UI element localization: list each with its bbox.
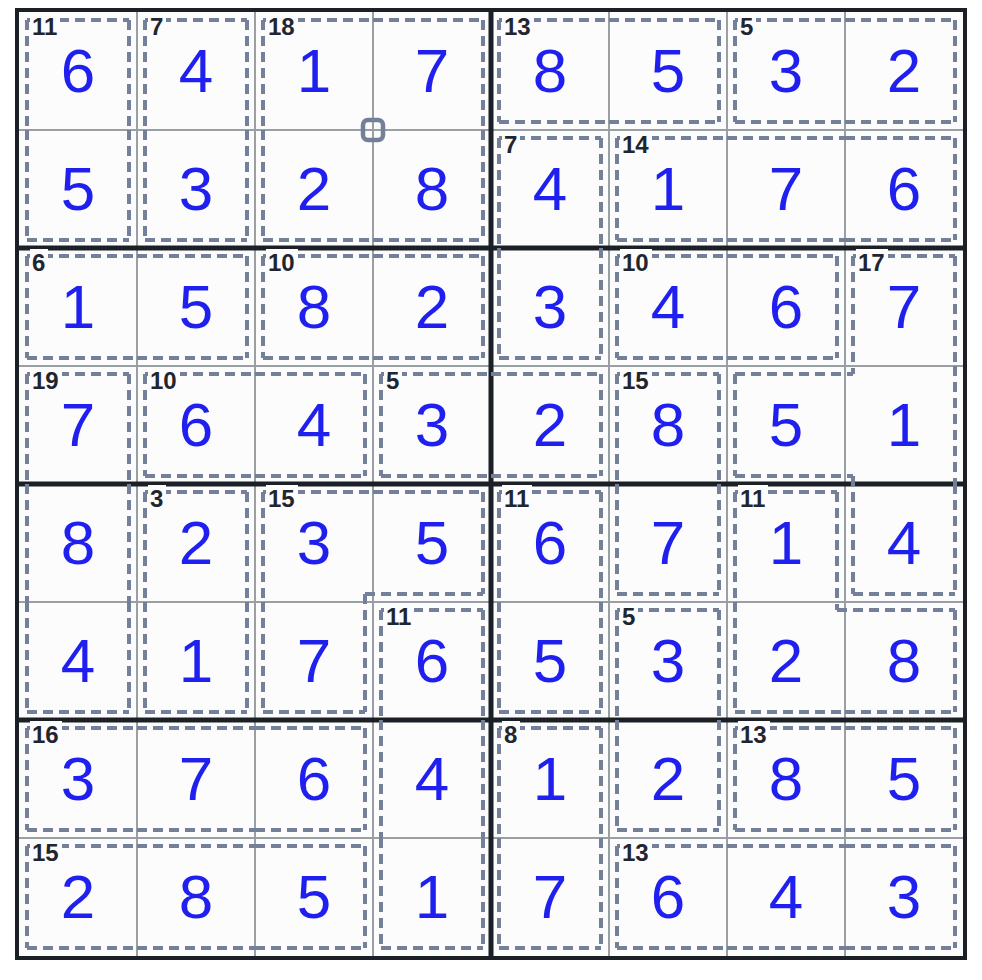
digit: 2 bbox=[297, 158, 331, 220]
cell-r2c5[interactable]: 4 bbox=[491, 130, 609, 248]
digit: 4 bbox=[179, 40, 213, 102]
digit: 3 bbox=[887, 866, 921, 928]
digit: 4 bbox=[415, 748, 449, 810]
digit: 7 bbox=[533, 866, 567, 928]
cell-r2c4[interactable]: 8 bbox=[373, 130, 491, 248]
digit: 2 bbox=[61, 866, 95, 928]
digit: 3 bbox=[61, 748, 95, 810]
digit: 8 bbox=[61, 512, 95, 574]
digit: 1 bbox=[415, 866, 449, 928]
cell-r1c2[interactable]: 4 bbox=[137, 12, 255, 130]
cell-r8c3[interactable]: 5 bbox=[255, 838, 373, 956]
digit: 3 bbox=[651, 630, 685, 692]
cell-r2c1[interactable]: 5 bbox=[19, 130, 137, 248]
digit: 8 bbox=[769, 748, 803, 810]
cell-r6c7[interactable]: 2 bbox=[727, 602, 845, 720]
cell-r8c1[interactable]: 2 bbox=[19, 838, 137, 956]
digit: 8 bbox=[651, 394, 685, 456]
digit: 1 bbox=[61, 276, 95, 338]
digit: 2 bbox=[179, 512, 213, 574]
cell-r4c7[interactable]: 5 bbox=[727, 366, 845, 484]
cell-r3c4[interactable]: 2 bbox=[373, 248, 491, 366]
cell-r5c1[interactable]: 8 bbox=[19, 484, 137, 602]
cell-r7c6[interactable]: 2 bbox=[609, 720, 727, 838]
digit: 8 bbox=[887, 630, 921, 692]
cell-r1c3[interactable]: 1 bbox=[255, 12, 373, 130]
cell-r6c4[interactable]: 6 bbox=[373, 602, 491, 720]
cell-r2c7[interactable]: 7 bbox=[727, 130, 845, 248]
cell-r3c6[interactable]: 4 bbox=[609, 248, 727, 366]
digit: 7 bbox=[179, 748, 213, 810]
killer-sudoku-board: 6417853253284176158234677643285182356714… bbox=[15, 8, 967, 960]
cell-r8c8[interactable]: 3 bbox=[845, 838, 963, 956]
digit: 8 bbox=[297, 276, 331, 338]
cell-r5c2[interactable]: 2 bbox=[137, 484, 255, 602]
cell-r2c3[interactable]: 2 bbox=[255, 130, 373, 248]
digit: 2 bbox=[651, 748, 685, 810]
cell-r2c2[interactable]: 3 bbox=[137, 130, 255, 248]
cell-r3c5[interactable]: 3 bbox=[491, 248, 609, 366]
cell-r3c1[interactable]: 1 bbox=[19, 248, 137, 366]
cell-r7c5[interactable]: 1 bbox=[491, 720, 609, 838]
cell-r5c4[interactable]: 5 bbox=[373, 484, 491, 602]
digit: 5 bbox=[651, 40, 685, 102]
cell-r4c4[interactable]: 3 bbox=[373, 366, 491, 484]
digit: 3 bbox=[297, 512, 331, 574]
cell-r7c4[interactable]: 4 bbox=[373, 720, 491, 838]
cell-r1c8[interactable]: 2 bbox=[845, 12, 963, 130]
digit: 7 bbox=[415, 40, 449, 102]
cell-r5c5[interactable]: 6 bbox=[491, 484, 609, 602]
digit: 4 bbox=[651, 276, 685, 338]
cell-r8c7[interactable]: 4 bbox=[727, 838, 845, 956]
cell-r1c4[interactable]: 7 bbox=[373, 12, 491, 130]
cell-r3c7[interactable]: 6 bbox=[727, 248, 845, 366]
cell-r4c8[interactable]: 1 bbox=[845, 366, 963, 484]
digit: 6 bbox=[61, 40, 95, 102]
digit: 7 bbox=[887, 276, 921, 338]
cell-r5c8[interactable]: 4 bbox=[845, 484, 963, 602]
digit: 3 bbox=[533, 276, 567, 338]
killer-sudoku-page: 6417853253284176158234677643285182356714… bbox=[0, 0, 982, 980]
cell-r3c8[interactable]: 7 bbox=[845, 248, 963, 366]
digit: 5 bbox=[533, 630, 567, 692]
cell-r4c1[interactable]: 7 bbox=[19, 366, 137, 484]
digit: 7 bbox=[297, 630, 331, 692]
cell-r7c7[interactable]: 8 bbox=[727, 720, 845, 838]
cell-r6c2[interactable]: 1 bbox=[137, 602, 255, 720]
digit: 2 bbox=[415, 276, 449, 338]
digit: 7 bbox=[651, 512, 685, 574]
cell-r2c8[interactable]: 6 bbox=[845, 130, 963, 248]
digit: 8 bbox=[415, 158, 449, 220]
digit: 2 bbox=[769, 630, 803, 692]
cell-r8c2[interactable]: 8 bbox=[137, 838, 255, 956]
digit: 3 bbox=[415, 394, 449, 456]
cell-r1c5[interactable]: 8 bbox=[491, 12, 609, 130]
digit: 5 bbox=[179, 276, 213, 338]
digit: 4 bbox=[887, 512, 921, 574]
digit: 5 bbox=[887, 748, 921, 810]
cell-r7c2[interactable]: 7 bbox=[137, 720, 255, 838]
digit: 6 bbox=[415, 630, 449, 692]
digit: 8 bbox=[533, 40, 567, 102]
digit: 2 bbox=[887, 40, 921, 102]
cell-r1c1[interactable]: 6 bbox=[19, 12, 137, 130]
cell-r5c7[interactable]: 1 bbox=[727, 484, 845, 602]
cell-r6c3[interactable]: 7 bbox=[255, 602, 373, 720]
cell-r8c4[interactable]: 1 bbox=[373, 838, 491, 956]
digit: 6 bbox=[651, 866, 685, 928]
cell-r4c5[interactable]: 2 bbox=[491, 366, 609, 484]
cell-r4c2[interactable]: 6 bbox=[137, 366, 255, 484]
digit: 7 bbox=[769, 158, 803, 220]
digit: 6 bbox=[533, 512, 567, 574]
cell-r8c6[interactable]: 6 bbox=[609, 838, 727, 956]
digit: 1 bbox=[533, 748, 567, 810]
digit: 3 bbox=[769, 40, 803, 102]
cell-r8c5[interactable]: 7 bbox=[491, 838, 609, 956]
cell-r4c3[interactable]: 4 bbox=[255, 366, 373, 484]
digit: 6 bbox=[887, 158, 921, 220]
digit: 5 bbox=[297, 866, 331, 928]
digit: 5 bbox=[61, 158, 95, 220]
cell-r4c6[interactable]: 8 bbox=[609, 366, 727, 484]
cell-r6c8[interactable]: 8 bbox=[845, 602, 963, 720]
digit: 6 bbox=[179, 394, 213, 456]
cell-r1c6[interactable]: 5 bbox=[609, 12, 727, 130]
cell-r3c3[interactable]: 8 bbox=[255, 248, 373, 366]
digit: 4 bbox=[297, 394, 331, 456]
digit: 1 bbox=[651, 158, 685, 220]
cell-r6c5[interactable]: 5 bbox=[491, 602, 609, 720]
cell-r3c2[interactable]: 5 bbox=[137, 248, 255, 366]
digit: 1 bbox=[297, 40, 331, 102]
digit: 1 bbox=[179, 630, 213, 692]
digit: 6 bbox=[297, 748, 331, 810]
cell-r5c6[interactable]: 7 bbox=[609, 484, 727, 602]
digit: 2 bbox=[533, 394, 567, 456]
digit: 6 bbox=[769, 276, 803, 338]
cells-layer: 6417853253284176158234677643285182356714… bbox=[19, 12, 963, 956]
digit: 3 bbox=[179, 158, 213, 220]
digit: 4 bbox=[61, 630, 95, 692]
digit: 4 bbox=[533, 158, 567, 220]
cell-r7c3[interactable]: 6 bbox=[255, 720, 373, 838]
digit: 1 bbox=[769, 512, 803, 574]
cell-r6c6[interactable]: 3 bbox=[609, 602, 727, 720]
digit: 8 bbox=[179, 866, 213, 928]
cell-r5c3[interactable]: 3 bbox=[255, 484, 373, 602]
cell-r7c1[interactable]: 3 bbox=[19, 720, 137, 838]
digit: 7 bbox=[61, 394, 95, 456]
cell-r6c1[interactable]: 4 bbox=[19, 602, 137, 720]
cell-r7c8[interactable]: 5 bbox=[845, 720, 963, 838]
cell-r2c6[interactable]: 1 bbox=[609, 130, 727, 248]
digit: 5 bbox=[415, 512, 449, 574]
digit: 5 bbox=[769, 394, 803, 456]
cell-r1c7[interactable]: 3 bbox=[727, 12, 845, 130]
digit: 1 bbox=[887, 394, 921, 456]
digit: 4 bbox=[769, 866, 803, 928]
